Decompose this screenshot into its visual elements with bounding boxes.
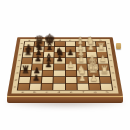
coordinate-label: d: [53, 91, 65, 94]
square-d1[interactable]: [54, 83, 65, 89]
piece-white-pawn[interactable]: ♟: [88, 44, 95, 52]
square-g1[interactable]: [89, 83, 100, 89]
square-a2[interactable]: [19, 77, 30, 83]
coordinate-label: c: [41, 91, 53, 94]
chess-board: abcdefgh abcdefgh 87654321 87654321 ♛♚♝♞…: [7, 37, 123, 96]
piece-black-rook[interactable]: ♜: [21, 65, 30, 75]
square-c3[interactable]: [43, 70, 54, 76]
piece-white-pawn[interactable]: ♟: [90, 74, 98, 83]
file-labels-bottom: abcdefgh: [16, 91, 113, 94]
coordinate-label: 4: [109, 64, 115, 70]
square-a5[interactable]: [22, 58, 33, 63]
square-c1[interactable]: [42, 83, 53, 89]
square-b2[interactable]: ♟: [31, 77, 42, 83]
piece-white-pawn[interactable]: ♟: [67, 61, 74, 69]
piece-black-bishop[interactable]: ♝: [45, 41, 54, 51]
coordinate-label: g: [89, 91, 101, 94]
piece-white-bishop[interactable]: ♝: [77, 52, 87, 63]
square-h1[interactable]: [100, 83, 112, 89]
coordinate-label: b: [29, 91, 41, 94]
square-b5[interactable]: ♟: [33, 58, 43, 63]
piece-black-pawn[interactable]: ♟: [67, 49, 74, 57]
square-c4[interactable]: ♟: [43, 64, 53, 70]
square-e2[interactable]: [65, 77, 76, 83]
square-h7[interactable]: ♜: [96, 47, 106, 52]
square-d3[interactable]: [54, 70, 64, 76]
piece-black-pawn[interactable]: ♟: [34, 55, 41, 63]
coordinate-label: a: [16, 91, 28, 94]
piece-white-pawn[interactable]: ♟: [79, 74, 87, 83]
piece-black-pawn[interactable]: ♟: [45, 61, 52, 69]
square-e3[interactable]: [65, 70, 75, 76]
piece-black-pawn[interactable]: ♟: [56, 55, 63, 63]
coordinate-label: h: [101, 91, 113, 94]
square-b1[interactable]: [30, 83, 41, 89]
coordinate-label: f: [77, 91, 89, 94]
square-h2[interactable]: [100, 77, 111, 83]
square-e1[interactable]: [65, 83, 76, 89]
board-front-edge: [7, 96, 123, 103]
piece-white-rook[interactable]: ♜: [97, 42, 106, 52]
square-e4[interactable]: ♟: [65, 64, 75, 70]
board-grid: ♛♚♝♞♟♞♝♟♟♜♜♟♞♟♟♟♝♟♝♟♟♟♟♛♜♟♞♚♜♟♟♟: [17, 41, 113, 90]
square-f1[interactable]: [77, 83, 88, 89]
square-d2[interactable]: [54, 77, 65, 83]
coordinate-band: abcdefgh abcdefgh 87654321 87654321 ♛♚♝♞…: [11, 39, 118, 94]
brass-clasp-icon: [116, 43, 121, 49]
square-e6[interactable]: ♟: [65, 52, 75, 57]
coordinate-label: e: [65, 91, 77, 94]
square-d4[interactable]: [54, 64, 64, 70]
square-a3[interactable]: ♜: [20, 70, 31, 76]
square-g7[interactable]: ♟: [86, 47, 96, 52]
piece-black-rook[interactable]: ♜: [23, 47, 32, 57]
piece-white-pawn[interactable]: ♟: [100, 55, 107, 63]
piece-white-rook[interactable]: ♜: [100, 65, 109, 75]
square-c2[interactable]: [42, 77, 53, 83]
square-g2[interactable]: ♟: [88, 77, 99, 83]
square-f2[interactable]: ♟: [77, 77, 88, 83]
square-d5[interactable]: ♟: [55, 58, 65, 63]
square-a1[interactable]: [18, 83, 30, 89]
chess-set-photo: abcdefgh abcdefgh 87654321 87654321 ♛♚♝♞…: [0, 0, 130, 130]
square-a6[interactable]: ♜: [23, 52, 33, 57]
piece-black-pawn[interactable]: ♟: [32, 74, 40, 83]
square-h3[interactable]: ♜: [99, 70, 110, 76]
square-e8[interactable]: [65, 42, 74, 47]
